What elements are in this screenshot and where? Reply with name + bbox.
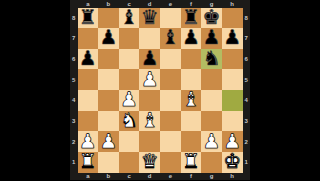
square-f3[interactable] [181, 111, 202, 132]
rank-label: 1 [243, 152, 251, 173]
file-label: c [119, 173, 140, 181]
file-label: d [139, 173, 160, 181]
square-a1[interactable]: ♜ [78, 152, 99, 173]
square-h7[interactable]: ♟ [222, 28, 243, 49]
rank-label: 4 [70, 90, 78, 111]
black-pawn-piece[interactable]: ♟ [203, 27, 221, 47]
square-e3[interactable] [160, 111, 181, 132]
rank-label: 2 [70, 131, 78, 152]
chess-board: abcdefgh8♜♝♛♜♚87♟♝♟♟♟76♟♟♞65♟54♟♝43♞♝32♟… [70, 0, 250, 180]
square-b2[interactable]: ♟ [98, 131, 119, 152]
square-b1[interactable] [98, 152, 119, 173]
black-bishop-piece[interactable]: ♝ [120, 7, 138, 27]
square-f6[interactable] [181, 49, 202, 70]
file-label: f [181, 173, 202, 181]
white-queen-piece[interactable]: ♛ [141, 151, 159, 171]
square-a4[interactable] [78, 90, 99, 111]
square-c2[interactable] [119, 131, 140, 152]
square-h5[interactable] [222, 69, 243, 90]
black-bishop-piece[interactable]: ♝ [161, 27, 179, 47]
square-a6[interactable]: ♟ [78, 49, 99, 70]
square-a8[interactable]: ♜ [78, 8, 99, 29]
white-pawn-piece[interactable]: ♟ [203, 131, 221, 151]
file-label: e [160, 173, 181, 181]
rank-label: 5 [70, 69, 78, 90]
rank-label: 8 [70, 8, 78, 29]
white-pawn-piece[interactable]: ♟ [79, 131, 97, 151]
black-pawn-piece[interactable]: ♟ [99, 27, 117, 47]
square-g6[interactable]: ♞ [201, 49, 222, 70]
square-g2[interactable]: ♟ [201, 131, 222, 152]
rank-label: 6 [70, 49, 78, 70]
square-e4[interactable] [160, 90, 181, 111]
white-bishop-piece[interactable]: ♝ [182, 89, 200, 109]
file-label: b [98, 173, 119, 181]
square-e2[interactable] [160, 131, 181, 152]
frame-corner [243, 173, 251, 181]
square-h4[interactable] [222, 90, 243, 111]
white-rook-piece[interactable]: ♜ [182, 151, 200, 171]
white-pawn-piece[interactable]: ♟ [120, 89, 138, 109]
rank-label: 6 [243, 49, 251, 70]
square-c6[interactable] [119, 49, 140, 70]
square-b7[interactable]: ♟ [98, 28, 119, 49]
square-f7[interactable]: ♟ [181, 28, 202, 49]
black-queen-piece[interactable]: ♛ [141, 7, 159, 27]
square-b5[interactable] [98, 69, 119, 90]
file-label: h [222, 173, 243, 181]
frame-corner [70, 0, 78, 8]
file-label: g [201, 173, 222, 181]
video-frame: abcdefgh8♜♝♛♜♚87♟♝♟♟♟76♟♟♞65♟54♟♝43♞♝32♟… [0, 0, 320, 180]
file-label: b [98, 0, 119, 8]
square-h1[interactable]: ♚ [222, 152, 243, 173]
rank-label: 8 [243, 8, 251, 29]
square-e6[interactable] [160, 49, 181, 70]
rank-label: 7 [243, 28, 251, 49]
rank-label: 1 [70, 152, 78, 173]
rank-label: 2 [243, 131, 251, 152]
square-e5[interactable] [160, 69, 181, 90]
white-knight-piece[interactable]: ♞ [120, 110, 138, 130]
square-g4[interactable] [201, 90, 222, 111]
square-d3[interactable]: ♝ [139, 111, 160, 132]
white-pawn-piece[interactable]: ♟ [141, 69, 159, 89]
square-g1[interactable] [201, 152, 222, 173]
square-d1[interactable]: ♛ [139, 152, 160, 173]
square-g5[interactable] [201, 69, 222, 90]
square-a5[interactable] [78, 69, 99, 90]
square-c1[interactable] [119, 152, 140, 173]
rank-label: 4 [243, 90, 251, 111]
rank-label: 3 [243, 111, 251, 132]
frame-corner [70, 173, 78, 181]
black-rook-piece[interactable]: ♜ [182, 7, 200, 27]
rank-label: 5 [243, 69, 251, 90]
square-h6[interactable] [222, 49, 243, 70]
black-pawn-piece[interactable]: ♟ [223, 27, 241, 47]
black-king-piece[interactable]: ♚ [203, 7, 221, 27]
black-pawn-piece[interactable]: ♟ [182, 27, 200, 47]
square-d8[interactable]: ♛ [139, 8, 160, 29]
square-c3[interactable]: ♞ [119, 111, 140, 132]
white-king-piece[interactable]: ♚ [223, 151, 241, 171]
file-label: a [78, 173, 99, 181]
white-pawn-piece[interactable]: ♟ [99, 131, 117, 151]
frame-corner [243, 0, 251, 8]
file-label: h [222, 0, 243, 8]
black-pawn-piece[interactable]: ♟ [141, 48, 159, 68]
white-pawn-piece[interactable]: ♟ [223, 131, 241, 151]
white-rook-piece[interactable]: ♜ [79, 151, 97, 171]
white-bishop-piece[interactable]: ♝ [141, 110, 159, 130]
square-b4[interactable] [98, 90, 119, 111]
square-c7[interactable] [119, 28, 140, 49]
square-f4[interactable]: ♝ [181, 90, 202, 111]
square-b6[interactable] [98, 49, 119, 70]
square-d5[interactable]: ♟ [139, 69, 160, 90]
square-e1[interactable] [160, 152, 181, 173]
rank-label: 7 [70, 28, 78, 49]
square-f1[interactable]: ♜ [181, 152, 202, 173]
square-e7[interactable]: ♝ [160, 28, 181, 49]
file-label: e [160, 0, 181, 8]
black-rook-piece[interactable]: ♜ [79, 7, 97, 27]
square-c8[interactable]: ♝ [119, 8, 140, 29]
black-knight-piece[interactable]: ♞ [203, 48, 221, 68]
black-pawn-piece[interactable]: ♟ [79, 48, 97, 68]
rank-label: 3 [70, 111, 78, 132]
